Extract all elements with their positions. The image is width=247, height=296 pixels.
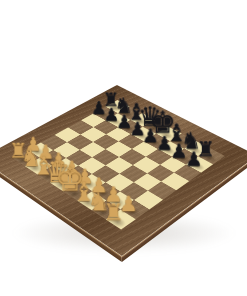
white-pawn: ♟ — [15, 135, 51, 154]
square-g8: ♞ — [184, 141, 210, 156]
square-h1: ♜ — [106, 210, 136, 230]
square-g7: ♟ — [172, 148, 198, 164]
black-rook: ♜ — [95, 91, 128, 110]
square-h5 — [161, 173, 189, 190]
chess-set-product-photo: ♜♞♝♛♚♝♞♜♟♟♟♟♟♟♟♟♟♟♟♟♟♟♟♟♜♞♝♛♚♝♞♜ — [0, 0, 247, 296]
chess-board: ♜♞♝♛♚♝♞♜♟♟♟♟♟♟♟♟♟♟♟♟♟♟♟♟♜♞♝♛♚♝♞♜ — [13, 100, 225, 230]
white-rook: ♜ — [1, 141, 37, 162]
black-pawn: ♟ — [175, 149, 212, 168]
white-pawn: ♟ — [53, 158, 90, 178]
